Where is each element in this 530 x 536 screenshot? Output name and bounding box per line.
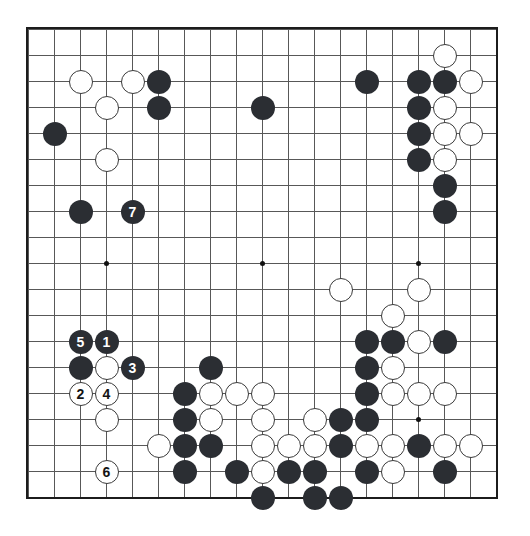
intersection-2-19[interactable] xyxy=(42,485,68,511)
intersection-10-17[interactable] xyxy=(250,433,276,459)
intersection-4-18[interactable]: 6 xyxy=(94,459,120,485)
intersection-7-13[interactable] xyxy=(172,329,198,355)
intersection-9-19[interactable] xyxy=(224,485,250,511)
intersection-3-15[interactable]: 2 xyxy=(68,381,94,407)
intersection-11-8[interactable] xyxy=(276,199,302,225)
intersection-8-14[interactable] xyxy=(198,355,224,381)
intersection-2-16[interactable] xyxy=(42,407,68,433)
intersection-16-19[interactable] xyxy=(406,485,432,511)
intersection-8-16[interactable] xyxy=(198,407,224,433)
intersection-7-19[interactable] xyxy=(172,485,198,511)
intersection-7-17[interactable] xyxy=(172,433,198,459)
intersection-11-11[interactable] xyxy=(276,277,302,303)
intersection-11-19[interactable] xyxy=(276,485,302,511)
intersection-4-3[interactable] xyxy=(94,69,120,95)
intersection-17-6[interactable] xyxy=(432,147,458,173)
intersection-19-8[interactable] xyxy=(484,199,510,225)
intersection-3-1[interactable] xyxy=(68,17,94,43)
intersection-12-7[interactable] xyxy=(302,173,328,199)
intersection-17-18[interactable] xyxy=(432,459,458,485)
intersection-18-17[interactable] xyxy=(458,433,484,459)
intersection-5-19[interactable] xyxy=(120,485,146,511)
intersection-8-2[interactable] xyxy=(198,43,224,69)
intersection-2-9[interactable] xyxy=(42,225,68,251)
intersection-6-5[interactable] xyxy=(146,121,172,147)
intersection-16-2[interactable] xyxy=(406,43,432,69)
intersection-8-6[interactable] xyxy=(198,147,224,173)
intersection-9-2[interactable] xyxy=(224,43,250,69)
intersection-1-12[interactable] xyxy=(16,303,42,329)
intersection-14-16[interactable] xyxy=(354,407,380,433)
intersection-11-3[interactable] xyxy=(276,69,302,95)
intersection-13-19[interactable] xyxy=(328,485,354,511)
intersection-9-18[interactable] xyxy=(224,459,250,485)
intersection-17-13[interactable] xyxy=(432,329,458,355)
intersection-18-1[interactable] xyxy=(458,17,484,43)
intersection-1-13[interactable] xyxy=(16,329,42,355)
intersection-19-14[interactable] xyxy=(484,355,510,381)
intersection-7-1[interactable] xyxy=(172,17,198,43)
intersection-16-10[interactable] xyxy=(406,251,432,277)
intersection-11-1[interactable] xyxy=(276,17,302,43)
intersection-16-7[interactable] xyxy=(406,173,432,199)
intersection-15-5[interactable] xyxy=(380,121,406,147)
intersection-17-10[interactable] xyxy=(432,251,458,277)
intersection-4-7[interactable] xyxy=(94,173,120,199)
intersection-13-2[interactable] xyxy=(328,43,354,69)
intersection-11-15[interactable] xyxy=(276,381,302,407)
intersection-13-8[interactable] xyxy=(328,199,354,225)
intersection-11-5[interactable] xyxy=(276,121,302,147)
intersection-18-14[interactable] xyxy=(458,355,484,381)
intersection-1-8[interactable] xyxy=(16,199,42,225)
intersection-19-4[interactable] xyxy=(484,95,510,121)
intersection-5-13[interactable] xyxy=(120,329,146,355)
intersection-15-8[interactable] xyxy=(380,199,406,225)
intersection-4-19[interactable] xyxy=(94,485,120,511)
intersection-14-12[interactable] xyxy=(354,303,380,329)
intersection-5-3[interactable] xyxy=(120,69,146,95)
intersection-8-12[interactable] xyxy=(198,303,224,329)
intersection-1-15[interactable] xyxy=(16,381,42,407)
intersection-5-5[interactable] xyxy=(120,121,146,147)
intersection-13-1[interactable] xyxy=(328,17,354,43)
intersection-4-17[interactable] xyxy=(94,433,120,459)
intersection-19-7[interactable] xyxy=(484,173,510,199)
intersection-12-13[interactable] xyxy=(302,329,328,355)
intersection-12-9[interactable] xyxy=(302,225,328,251)
intersection-13-4[interactable] xyxy=(328,95,354,121)
intersection-12-2[interactable] xyxy=(302,43,328,69)
intersection-2-17[interactable] xyxy=(42,433,68,459)
intersection-3-16[interactable] xyxy=(68,407,94,433)
intersection-14-13[interactable] xyxy=(354,329,380,355)
intersection-12-10[interactable] xyxy=(302,251,328,277)
intersection-9-6[interactable] xyxy=(224,147,250,173)
intersection-10-16[interactable] xyxy=(250,407,276,433)
intersection-9-4[interactable] xyxy=(224,95,250,121)
intersection-11-16[interactable] xyxy=(276,407,302,433)
intersection-6-4[interactable] xyxy=(146,95,172,121)
intersection-3-19[interactable] xyxy=(68,485,94,511)
intersection-14-17[interactable] xyxy=(354,433,380,459)
intersection-18-19[interactable] xyxy=(458,485,484,511)
intersection-11-4[interactable] xyxy=(276,95,302,121)
intersection-17-2[interactable] xyxy=(432,43,458,69)
intersection-1-1[interactable] xyxy=(16,17,42,43)
intersection-14-18[interactable] xyxy=(354,459,380,485)
intersection-9-8[interactable] xyxy=(224,199,250,225)
intersection-19-9[interactable] xyxy=(484,225,510,251)
intersection-5-1[interactable] xyxy=(120,17,146,43)
intersection-1-7[interactable] xyxy=(16,173,42,199)
intersection-4-2[interactable] xyxy=(94,43,120,69)
intersection-19-13[interactable] xyxy=(484,329,510,355)
intersection-19-19[interactable] xyxy=(484,485,510,511)
intersection-12-4[interactable] xyxy=(302,95,328,121)
intersection-17-16[interactable] xyxy=(432,407,458,433)
intersection-4-6[interactable] xyxy=(94,147,120,173)
intersection-15-4[interactable] xyxy=(380,95,406,121)
intersection-19-18[interactable] xyxy=(484,459,510,485)
intersection-8-15[interactable] xyxy=(198,381,224,407)
intersection-8-8[interactable] xyxy=(198,199,224,225)
intersection-7-2[interactable] xyxy=(172,43,198,69)
intersection-13-3[interactable] xyxy=(328,69,354,95)
intersection-12-14[interactable] xyxy=(302,355,328,381)
intersection-15-19[interactable] xyxy=(380,485,406,511)
intersection-11-17[interactable] xyxy=(276,433,302,459)
intersection-7-15[interactable] xyxy=(172,381,198,407)
intersection-6-15[interactable] xyxy=(146,381,172,407)
intersection-6-10[interactable] xyxy=(146,251,172,277)
intersection-9-15[interactable] xyxy=(224,381,250,407)
intersection-5-9[interactable] xyxy=(120,225,146,251)
intersection-7-11[interactable] xyxy=(172,277,198,303)
intersection-1-11[interactable] xyxy=(16,277,42,303)
intersection-18-10[interactable] xyxy=(458,251,484,277)
intersection-17-12[interactable] xyxy=(432,303,458,329)
intersection-16-15[interactable] xyxy=(406,381,432,407)
intersection-9-16[interactable] xyxy=(224,407,250,433)
intersection-1-6[interactable] xyxy=(16,147,42,173)
intersection-10-7[interactable] xyxy=(250,173,276,199)
intersection-12-18[interactable] xyxy=(302,459,328,485)
intersection-10-18[interactable] xyxy=(250,459,276,485)
intersection-9-13[interactable] xyxy=(224,329,250,355)
intersection-10-11[interactable] xyxy=(250,277,276,303)
intersection-11-7[interactable] xyxy=(276,173,302,199)
intersection-7-16[interactable] xyxy=(172,407,198,433)
intersection-3-8[interactable] xyxy=(68,199,94,225)
intersection-7-6[interactable] xyxy=(172,147,198,173)
intersection-15-2[interactable] xyxy=(380,43,406,69)
intersection-8-4[interactable] xyxy=(198,95,224,121)
intersection-6-13[interactable] xyxy=(146,329,172,355)
intersection-3-3[interactable] xyxy=(68,69,94,95)
intersection-2-5[interactable] xyxy=(42,121,68,147)
intersection-14-7[interactable] xyxy=(354,173,380,199)
intersection-4-16[interactable] xyxy=(94,407,120,433)
intersection-13-13[interactable] xyxy=(328,329,354,355)
intersection-6-3[interactable] xyxy=(146,69,172,95)
intersection-2-7[interactable] xyxy=(42,173,68,199)
intersection-8-9[interactable] xyxy=(198,225,224,251)
intersection-1-5[interactable] xyxy=(16,121,42,147)
intersection-6-6[interactable] xyxy=(146,147,172,173)
intersection-18-11[interactable] xyxy=(458,277,484,303)
intersection-7-9[interactable] xyxy=(172,225,198,251)
intersection-1-4[interactable] xyxy=(16,95,42,121)
intersection-3-5[interactable] xyxy=(68,121,94,147)
intersection-16-6[interactable] xyxy=(406,147,432,173)
intersection-5-14[interactable]: 3 xyxy=(120,355,146,381)
intersection-3-4[interactable] xyxy=(68,95,94,121)
intersection-11-13[interactable] xyxy=(276,329,302,355)
intersection-3-6[interactable] xyxy=(68,147,94,173)
intersection-18-4[interactable] xyxy=(458,95,484,121)
intersection-14-4[interactable] xyxy=(354,95,380,121)
intersection-2-1[interactable] xyxy=(42,17,68,43)
intersection-14-8[interactable] xyxy=(354,199,380,225)
intersection-13-10[interactable] xyxy=(328,251,354,277)
intersection-12-11[interactable] xyxy=(302,277,328,303)
intersection-5-8[interactable]: 7 xyxy=(120,199,146,225)
intersection-7-10[interactable] xyxy=(172,251,198,277)
intersection-8-13[interactable] xyxy=(198,329,224,355)
intersection-15-6[interactable] xyxy=(380,147,406,173)
intersection-14-3[interactable] xyxy=(354,69,380,95)
intersection-16-17[interactable] xyxy=(406,433,432,459)
intersection-13-6[interactable] xyxy=(328,147,354,173)
intersection-15-9[interactable] xyxy=(380,225,406,251)
intersection-13-5[interactable] xyxy=(328,121,354,147)
intersection-15-10[interactable] xyxy=(380,251,406,277)
intersection-19-12[interactable] xyxy=(484,303,510,329)
intersection-7-8[interactable] xyxy=(172,199,198,225)
intersection-12-17[interactable] xyxy=(302,433,328,459)
intersection-14-6[interactable] xyxy=(354,147,380,173)
intersection-10-6[interactable] xyxy=(250,147,276,173)
intersection-6-18[interactable] xyxy=(146,459,172,485)
intersection-2-10[interactable] xyxy=(42,251,68,277)
intersection-7-4[interactable] xyxy=(172,95,198,121)
intersection-15-7[interactable] xyxy=(380,173,406,199)
intersection-6-2[interactable] xyxy=(146,43,172,69)
intersection-12-19[interactable] xyxy=(302,485,328,511)
intersection-10-14[interactable] xyxy=(250,355,276,381)
intersection-11-10[interactable] xyxy=(276,251,302,277)
intersection-16-8[interactable] xyxy=(406,199,432,225)
intersection-9-1[interactable] xyxy=(224,17,250,43)
intersection-5-17[interactable] xyxy=(120,433,146,459)
intersection-19-1[interactable] xyxy=(484,17,510,43)
intersection-19-6[interactable] xyxy=(484,147,510,173)
intersection-14-14[interactable] xyxy=(354,355,380,381)
intersection-13-11[interactable] xyxy=(328,277,354,303)
intersection-9-10[interactable] xyxy=(224,251,250,277)
intersection-19-17[interactable] xyxy=(484,433,510,459)
intersection-19-2[interactable] xyxy=(484,43,510,69)
intersection-16-13[interactable] xyxy=(406,329,432,355)
intersection-6-14[interactable] xyxy=(146,355,172,381)
intersection-5-2[interactable] xyxy=(120,43,146,69)
intersection-18-8[interactable] xyxy=(458,199,484,225)
intersection-13-15[interactable] xyxy=(328,381,354,407)
intersection-9-9[interactable] xyxy=(224,225,250,251)
intersection-17-11[interactable] xyxy=(432,277,458,303)
intersection-14-2[interactable] xyxy=(354,43,380,69)
intersection-6-8[interactable] xyxy=(146,199,172,225)
intersection-4-10[interactable] xyxy=(94,251,120,277)
intersection-13-7[interactable] xyxy=(328,173,354,199)
intersection-16-5[interactable] xyxy=(406,121,432,147)
intersection-17-19[interactable] xyxy=(432,485,458,511)
intersection-10-12[interactable] xyxy=(250,303,276,329)
intersection-16-3[interactable] xyxy=(406,69,432,95)
intersection-6-9[interactable] xyxy=(146,225,172,251)
intersection-7-12[interactable] xyxy=(172,303,198,329)
intersection-10-13[interactable] xyxy=(250,329,276,355)
intersection-19-15[interactable] xyxy=(484,381,510,407)
intersection-17-4[interactable] xyxy=(432,95,458,121)
intersection-18-7[interactable] xyxy=(458,173,484,199)
intersection-12-8[interactable] xyxy=(302,199,328,225)
intersection-17-7[interactable] xyxy=(432,173,458,199)
intersection-9-5[interactable] xyxy=(224,121,250,147)
intersection-18-12[interactable] xyxy=(458,303,484,329)
intersection-2-13[interactable] xyxy=(42,329,68,355)
intersection-12-3[interactable] xyxy=(302,69,328,95)
intersection-10-8[interactable] xyxy=(250,199,276,225)
intersection-3-9[interactable] xyxy=(68,225,94,251)
intersection-15-3[interactable] xyxy=(380,69,406,95)
intersection-12-12[interactable] xyxy=(302,303,328,329)
intersection-17-8[interactable] xyxy=(432,199,458,225)
intersection-8-5[interactable] xyxy=(198,121,224,147)
intersection-12-1[interactable] xyxy=(302,17,328,43)
intersection-10-15[interactable] xyxy=(250,381,276,407)
intersection-15-1[interactable] xyxy=(380,17,406,43)
intersection-8-19[interactable] xyxy=(198,485,224,511)
intersection-3-13[interactable]: 5 xyxy=(68,329,94,355)
intersection-3-11[interactable] xyxy=(68,277,94,303)
intersection-18-2[interactable] xyxy=(458,43,484,69)
intersection-1-2[interactable] xyxy=(16,43,42,69)
intersection-8-10[interactable] xyxy=(198,251,224,277)
intersection-5-4[interactable] xyxy=(120,95,146,121)
intersection-1-3[interactable] xyxy=(16,69,42,95)
intersection-18-6[interactable] xyxy=(458,147,484,173)
intersection-16-18[interactable] xyxy=(406,459,432,485)
intersection-3-2[interactable] xyxy=(68,43,94,69)
intersection-7-5[interactable] xyxy=(172,121,198,147)
intersection-16-11[interactable] xyxy=(406,277,432,303)
intersection-5-6[interactable] xyxy=(120,147,146,173)
intersection-5-15[interactable] xyxy=(120,381,146,407)
intersection-14-5[interactable] xyxy=(354,121,380,147)
intersection-9-17[interactable] xyxy=(224,433,250,459)
intersection-15-15[interactable] xyxy=(380,381,406,407)
intersection-18-13[interactable] xyxy=(458,329,484,355)
intersection-4-14[interactable] xyxy=(94,355,120,381)
intersection-4-1[interactable] xyxy=(94,17,120,43)
intersection-5-18[interactable] xyxy=(120,459,146,485)
intersection-6-11[interactable] xyxy=(146,277,172,303)
intersection-2-12[interactable] xyxy=(42,303,68,329)
intersection-16-14[interactable] xyxy=(406,355,432,381)
intersection-4-4[interactable] xyxy=(94,95,120,121)
intersection-2-14[interactable] xyxy=(42,355,68,381)
intersection-12-15[interactable] xyxy=(302,381,328,407)
intersection-6-19[interactable] xyxy=(146,485,172,511)
intersection-7-3[interactable] xyxy=(172,69,198,95)
intersection-18-3[interactable] xyxy=(458,69,484,95)
intersection-4-15[interactable]: 4 xyxy=(94,381,120,407)
intersection-6-1[interactable] xyxy=(146,17,172,43)
intersection-17-5[interactable] xyxy=(432,121,458,147)
intersection-2-2[interactable] xyxy=(42,43,68,69)
intersection-14-19[interactable] xyxy=(354,485,380,511)
intersection-5-16[interactable] xyxy=(120,407,146,433)
intersection-8-3[interactable] xyxy=(198,69,224,95)
intersection-7-7[interactable] xyxy=(172,173,198,199)
intersection-12-5[interactable] xyxy=(302,121,328,147)
intersection-1-17[interactable] xyxy=(16,433,42,459)
intersection-11-9[interactable] xyxy=(276,225,302,251)
intersection-4-5[interactable] xyxy=(94,121,120,147)
intersection-1-10[interactable] xyxy=(16,251,42,277)
intersection-8-18[interactable] xyxy=(198,459,224,485)
intersection-3-12[interactable] xyxy=(68,303,94,329)
intersection-2-15[interactable] xyxy=(42,381,68,407)
intersection-19-16[interactable] xyxy=(484,407,510,433)
intersection-7-18[interactable] xyxy=(172,459,198,485)
intersection-17-14[interactable] xyxy=(432,355,458,381)
intersection-16-9[interactable] xyxy=(406,225,432,251)
intersection-1-18[interactable] xyxy=(16,459,42,485)
intersection-2-4[interactable] xyxy=(42,95,68,121)
intersection-13-9[interactable] xyxy=(328,225,354,251)
intersection-4-9[interactable] xyxy=(94,225,120,251)
intersection-15-16[interactable] xyxy=(380,407,406,433)
intersection-17-3[interactable] xyxy=(432,69,458,95)
intersection-17-15[interactable] xyxy=(432,381,458,407)
intersection-16-16[interactable] xyxy=(406,407,432,433)
intersection-18-15[interactable] xyxy=(458,381,484,407)
intersection-4-13[interactable]: 1 xyxy=(94,329,120,355)
intersection-5-7[interactable] xyxy=(120,173,146,199)
intersection-1-19[interactable] xyxy=(16,485,42,511)
intersection-8-17[interactable] xyxy=(198,433,224,459)
intersection-4-8[interactable] xyxy=(94,199,120,225)
intersection-16-12[interactable] xyxy=(406,303,432,329)
intersection-9-11[interactable] xyxy=(224,277,250,303)
intersection-13-12[interactable] xyxy=(328,303,354,329)
intersection-19-3[interactable] xyxy=(484,69,510,95)
intersection-13-16[interactable] xyxy=(328,407,354,433)
intersection-18-18[interactable] xyxy=(458,459,484,485)
intersection-19-10[interactable] xyxy=(484,251,510,277)
intersection-9-14[interactable] xyxy=(224,355,250,381)
intersection-12-6[interactable] xyxy=(302,147,328,173)
intersection-13-14[interactable] xyxy=(328,355,354,381)
intersection-10-1[interactable] xyxy=(250,17,276,43)
intersection-3-10[interactable] xyxy=(68,251,94,277)
intersection-10-2[interactable] xyxy=(250,43,276,69)
intersection-15-17[interactable] xyxy=(380,433,406,459)
intersection-16-4[interactable] xyxy=(406,95,432,121)
